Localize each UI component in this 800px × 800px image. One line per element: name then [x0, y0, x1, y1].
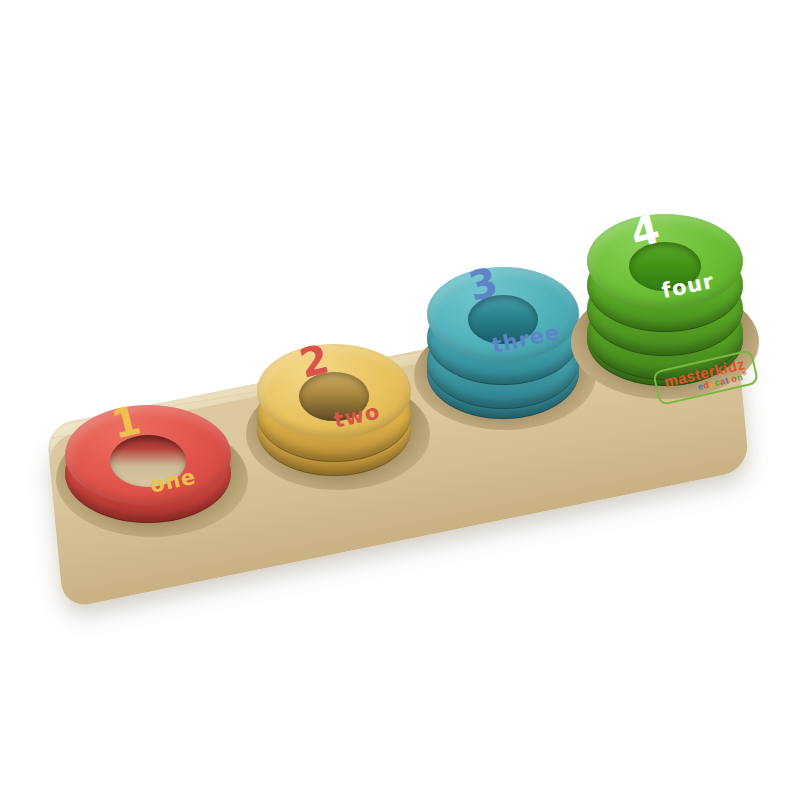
ring-number-label: 4	[626, 205, 664, 256]
product-photo: 1one2two3three4four masterkidz education…	[0, 0, 800, 800]
stack-one: 1one	[65, 405, 231, 535]
ring-top-face: 1one	[65, 405, 231, 505]
ring-top-face: 2two	[257, 344, 411, 438]
ring-top-face: 4four	[587, 214, 743, 308]
stack-two: 2two	[257, 344, 411, 492]
ring-top-face: 3three	[427, 267, 579, 361]
ring-number-label: 1	[107, 396, 145, 447]
stack-three: 3three	[427, 267, 579, 439]
ring-number-label: 2	[295, 335, 333, 386]
registered-mark-icon: ®	[742, 370, 748, 377]
ring-number-label: 3	[464, 258, 502, 309]
